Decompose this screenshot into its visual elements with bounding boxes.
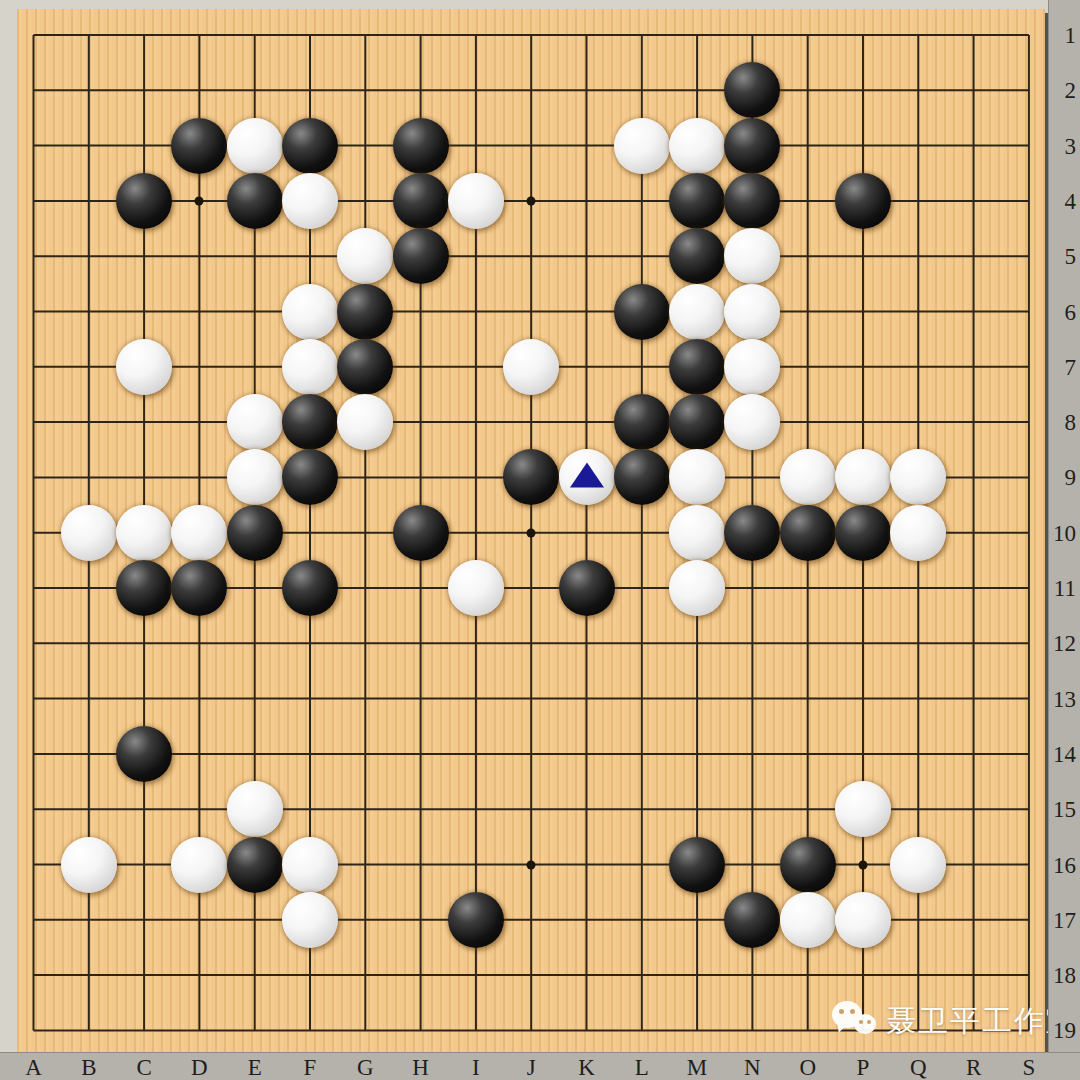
black-stone-G7[interactable]	[337, 339, 393, 395]
white-stone-F16[interactable]	[282, 837, 338, 893]
black-stone-H5[interactable]	[393, 228, 449, 284]
black-stone-N10[interactable]	[724, 505, 780, 561]
row-label-1: 1	[1065, 24, 1077, 47]
row-coordinate-bar: 12345678910111213141516171819	[1048, 0, 1080, 1080]
black-stone-F11[interactable]	[282, 560, 338, 616]
black-stone-C11[interactable]	[116, 560, 172, 616]
col-label-L: L	[635, 1056, 649, 1079]
row-label-15: 15	[1053, 798, 1076, 821]
white-stone-D10[interactable]	[171, 505, 227, 561]
black-stone-I17[interactable]	[448, 892, 504, 948]
white-stone-N5[interactable]	[724, 228, 780, 284]
star-point-P16	[859, 860, 868, 869]
black-stone-M7[interactable]	[669, 339, 725, 395]
col-label-A: A	[25, 1056, 42, 1079]
col-label-B: B	[81, 1056, 96, 1079]
star-point-J4	[527, 196, 536, 205]
black-stone-N3[interactable]	[724, 118, 780, 174]
white-stone-Q9[interactable]	[890, 449, 946, 505]
white-stone-C10[interactable]	[116, 505, 172, 561]
col-label-P: P	[857, 1056, 870, 1079]
column-coordinate-bar: ABCDEFGHIJKLMNOPQRS	[0, 1052, 1080, 1080]
black-stone-L6[interactable]	[614, 284, 670, 340]
white-stone-E3[interactable]	[227, 118, 283, 174]
black-stone-N4[interactable]	[724, 173, 780, 229]
black-stone-O16[interactable]	[780, 837, 836, 893]
black-stone-E10[interactable]	[227, 505, 283, 561]
white-stone-O17[interactable]	[780, 892, 836, 948]
black-stone-H3[interactable]	[393, 118, 449, 174]
white-stone-F4[interactable]	[282, 173, 338, 229]
row-label-13: 13	[1053, 687, 1076, 710]
black-stone-N2[interactable]	[724, 62, 780, 118]
black-stone-M4[interactable]	[669, 173, 725, 229]
row-label-19: 19	[1053, 1019, 1076, 1042]
col-label-I: I	[472, 1056, 480, 1079]
black-stone-L8[interactable]	[614, 394, 670, 450]
white-stone-M11[interactable]	[669, 560, 725, 616]
white-stone-P9[interactable]	[835, 449, 891, 505]
col-label-G: G	[357, 1056, 374, 1079]
col-label-R: R	[966, 1056, 981, 1079]
black-stone-C4[interactable]	[116, 173, 172, 229]
row-label-11: 11	[1054, 577, 1076, 600]
white-stone-F6[interactable]	[282, 284, 338, 340]
white-stone-I4[interactable]	[448, 173, 504, 229]
white-stone-G5[interactable]	[337, 228, 393, 284]
col-label-S: S	[1022, 1056, 1035, 1079]
col-label-N: N	[744, 1056, 761, 1079]
star-point-D4	[195, 196, 204, 205]
black-stone-O10[interactable]	[780, 505, 836, 561]
triangle-marker	[570, 463, 604, 488]
star-point-J16	[527, 860, 536, 869]
row-label-7: 7	[1065, 355, 1077, 378]
white-stone-N8[interactable]	[724, 394, 780, 450]
white-stone-E9[interactable]	[227, 449, 283, 505]
row-label-5: 5	[1065, 245, 1077, 268]
white-stone-P17[interactable]	[835, 892, 891, 948]
row-label-10: 10	[1053, 521, 1076, 544]
white-stone-M9[interactable]	[669, 449, 725, 505]
white-stone-Q16[interactable]	[890, 837, 946, 893]
black-stone-P10[interactable]	[835, 505, 891, 561]
white-stone-D16[interactable]	[171, 837, 227, 893]
white-stone-N6[interactable]	[724, 284, 780, 340]
black-stone-J9[interactable]	[503, 449, 559, 505]
col-label-C: C	[136, 1056, 151, 1079]
col-label-E: E	[248, 1056, 262, 1079]
black-stone-M8[interactable]	[669, 394, 725, 450]
white-stone-F17[interactable]	[282, 892, 338, 948]
white-stone-J7[interactable]	[503, 339, 559, 395]
black-stone-M16[interactable]	[669, 837, 725, 893]
row-label-18: 18	[1053, 964, 1076, 987]
row-label-17: 17	[1053, 908, 1076, 931]
row-label-16: 16	[1053, 853, 1076, 876]
white-stone-M10[interactable]	[669, 505, 725, 561]
white-stone-O9[interactable]	[780, 449, 836, 505]
row-label-14: 14	[1053, 742, 1076, 765]
black-stone-N17[interactable]	[724, 892, 780, 948]
white-stone-K9[interactable]	[559, 449, 615, 505]
white-stone-E8[interactable]	[227, 394, 283, 450]
white-stone-G8[interactable]	[337, 394, 393, 450]
star-point-J10	[527, 528, 536, 537]
white-stone-B10[interactable]	[61, 505, 117, 561]
row-label-12: 12	[1053, 632, 1076, 655]
col-label-H: H	[412, 1056, 429, 1079]
white-stone-I11[interactable]	[448, 560, 504, 616]
black-stone-C14[interactable]	[116, 726, 172, 782]
black-stone-L9[interactable]	[614, 449, 670, 505]
black-stone-M5[interactable]	[669, 228, 725, 284]
row-label-3: 3	[1065, 134, 1077, 157]
col-label-D: D	[191, 1056, 208, 1079]
black-stone-H10[interactable]	[393, 505, 449, 561]
col-label-M: M	[687, 1056, 707, 1079]
row-label-8: 8	[1065, 411, 1077, 434]
white-stone-C7[interactable]	[116, 339, 172, 395]
col-label-Q: Q	[910, 1056, 927, 1079]
black-stone-H4[interactable]	[393, 173, 449, 229]
white-stone-M6[interactable]	[669, 284, 725, 340]
wechat-icon	[830, 999, 878, 1043]
black-stone-E16[interactable]	[227, 837, 283, 893]
row-label-6: 6	[1065, 300, 1077, 323]
white-stone-M3[interactable]	[669, 118, 725, 174]
black-stone-F3[interactable]	[282, 118, 338, 174]
white-stone-Q10[interactable]	[890, 505, 946, 561]
black-stone-F8[interactable]	[282, 394, 338, 450]
col-label-K: K	[578, 1056, 595, 1079]
white-stone-B16[interactable]	[61, 837, 117, 893]
go-app-window: 聂卫平工作室 12345678910111213141516171819 ABC…	[0, 0, 1080, 1080]
black-stone-G6[interactable]	[337, 284, 393, 340]
white-stone-E15[interactable]	[227, 781, 283, 837]
go-board[interactable]: 聂卫平工作室	[17, 9, 1045, 1053]
watermark: 聂卫平工作室	[830, 995, 1060, 1047]
black-stone-D3[interactable]	[171, 118, 227, 174]
black-stone-E4[interactable]	[227, 173, 283, 229]
white-stone-L3[interactable]	[614, 118, 670, 174]
row-label-2: 2	[1065, 79, 1077, 102]
col-label-O: O	[799, 1056, 816, 1079]
black-stone-F9[interactable]	[282, 449, 338, 505]
row-label-4: 4	[1065, 189, 1077, 212]
col-label-J: J	[527, 1056, 536, 1079]
col-label-F: F	[304, 1056, 317, 1079]
black-stone-K11[interactable]	[559, 560, 615, 616]
white-stone-N7[interactable]	[724, 339, 780, 395]
white-stone-F7[interactable]	[282, 339, 338, 395]
row-label-9: 9	[1065, 466, 1077, 489]
white-stone-P15[interactable]	[835, 781, 891, 837]
black-stone-P4[interactable]	[835, 173, 891, 229]
black-stone-D11[interactable]	[171, 560, 227, 616]
